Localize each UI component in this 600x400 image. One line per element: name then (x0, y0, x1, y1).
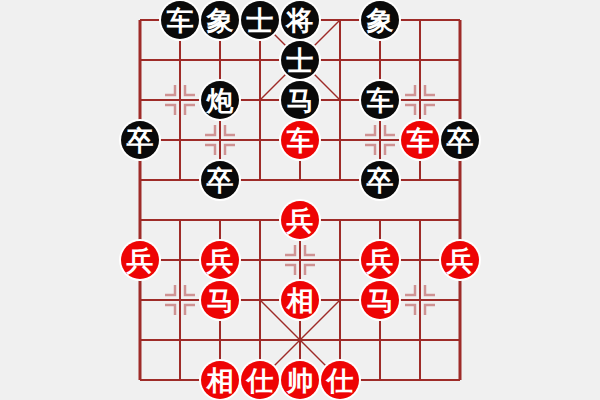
point-marker (405, 285, 435, 315)
piece-red-general[interactable]: 帅 (281, 361, 319, 399)
point-marker (205, 125, 235, 155)
piece-black-chariot[interactable]: 车 (161, 1, 199, 39)
piece-black-soldier[interactable]: 卒 (201, 161, 239, 199)
point-marker (165, 85, 195, 115)
piece-black-elephant[interactable]: 象 (361, 1, 399, 39)
point-marker (405, 85, 435, 115)
piece-red-advisor[interactable]: 仕 (241, 361, 279, 399)
piece-red-chariot[interactable]: 车 (401, 121, 439, 159)
piece-red-horse[interactable]: 马 (201, 281, 239, 319)
point-marker (165, 285, 195, 315)
piece-red-chariot[interactable]: 车 (281, 121, 319, 159)
point-marker (365, 125, 395, 155)
piece-black-soldier[interactable]: 卒 (361, 161, 399, 199)
piece-red-advisor[interactable]: 仕 (321, 361, 359, 399)
piece-black-elephant[interactable]: 象 (201, 1, 239, 39)
piece-red-soldier[interactable]: 兵 (201, 241, 239, 279)
piece-red-soldier[interactable]: 兵 (121, 241, 159, 279)
piece-red-soldier[interactable]: 兵 (361, 241, 399, 279)
piece-red-soldier[interactable]: 兵 (441, 241, 479, 279)
piece-black-advisor[interactable]: 士 (281, 41, 319, 79)
piece-red-horse[interactable]: 马 (361, 281, 399, 319)
piece-black-cannon[interactable]: 炮 (201, 81, 239, 119)
piece-red-elephant[interactable]: 相 (281, 281, 319, 319)
point-marker (285, 245, 315, 275)
piece-black-horse[interactable]: 马 (281, 81, 319, 119)
piece-black-general[interactable]: 将 (281, 1, 319, 39)
piece-black-chariot[interactable]: 车 (361, 81, 399, 119)
piece-black-soldier[interactable]: 卒 (121, 121, 159, 159)
piece-black-soldier[interactable]: 卒 (441, 121, 479, 159)
xiangqi-board[interactable]: 车象士将象士炮马车卒车车卒卒卒兵兵兵兵兵马相马相仕帅仕 (120, 0, 480, 400)
piece-red-elephant[interactable]: 相 (201, 361, 239, 399)
piece-red-soldier[interactable]: 兵 (281, 201, 319, 239)
piece-black-advisor[interactable]: 士 (241, 1, 279, 39)
xiangqi-app: 车象士将象士炮马车卒车车卒卒卒兵兵兵兵兵马相马相仕帅仕 (0, 0, 600, 400)
